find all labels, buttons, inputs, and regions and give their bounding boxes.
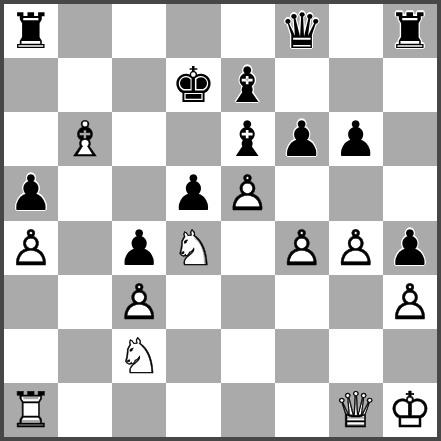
square-a3[interactable] [4,275,58,329]
square-g5[interactable] [329,166,383,220]
piece-white-queen[interactable]: ♕ [334,385,378,434]
piece-black-bishop[interactable]: ♝ [226,61,270,110]
square-f2[interactable] [275,329,329,383]
piece-white-pawn[interactable]: ♙ [9,223,53,272]
square-d2[interactable] [166,329,220,383]
white-bishop-fill-layer: ♝ [63,115,107,164]
square-f3[interactable] [275,275,329,329]
square-e2[interactable] [221,329,275,383]
white-pawn-fill-layer: ♟ [226,169,270,218]
square-g8[interactable] [329,4,383,58]
square-h5[interactable] [383,166,437,220]
piece-black-bishop[interactable]: ♝ [226,115,270,164]
square-a7[interactable] [4,58,58,112]
square-c3[interactable]: ♟♙ [112,275,166,329]
piece-white-king[interactable]: ♔ [388,385,432,434]
white-knight-fill-layer: ♞ [117,331,161,380]
square-e8[interactable] [221,4,275,58]
chess-board: ♜♛♜♚♝♝♗♝♟♟♟♟♟♙♟♙♟♞♘♟♙♟♙♟♟♙♟♙♞♘♜♖♛♕♚♔ [4,4,437,437]
square-a5[interactable]: ♟ [4,166,58,220]
piece-white-pawn[interactable]: ♙ [334,223,378,272]
white-knight-fill-layer: ♞ [171,223,215,272]
square-d3[interactable] [166,275,220,329]
square-a6[interactable] [4,112,58,166]
square-h3[interactable]: ♟♙ [383,275,437,329]
square-d1[interactable] [166,383,220,437]
square-b1[interactable] [58,383,112,437]
white-queen-fill-layer: ♛ [334,385,378,434]
square-d5[interactable]: ♟ [166,166,220,220]
square-c8[interactable] [112,4,166,58]
square-b8[interactable] [58,4,112,58]
square-e4[interactable] [221,221,275,275]
square-g3[interactable] [329,275,383,329]
piece-white-rook[interactable]: ♖ [9,385,53,434]
square-e5[interactable]: ♟♙ [221,166,275,220]
square-g1[interactable]: ♛♕ [329,383,383,437]
square-h6[interactable] [383,112,437,166]
square-b5[interactable] [58,166,112,220]
square-g7[interactable] [329,58,383,112]
piece-black-pawn[interactable]: ♟ [334,115,378,164]
square-b7[interactable] [58,58,112,112]
square-e6[interactable]: ♝ [221,112,275,166]
piece-black-pawn[interactable]: ♟ [9,169,53,218]
square-d4[interactable]: ♞♘ [166,221,220,275]
square-h4[interactable]: ♟ [383,221,437,275]
white-pawn-fill-layer: ♟ [117,277,161,326]
piece-white-pawn[interactable]: ♙ [388,277,432,326]
piece-black-rook[interactable]: ♜ [9,7,53,56]
piece-black-king[interactable]: ♚ [171,61,215,110]
square-g2[interactable] [329,329,383,383]
white-king-fill-layer: ♚ [388,385,432,434]
square-g4[interactable]: ♟♙ [329,221,383,275]
white-pawn-fill-layer: ♟ [280,223,324,272]
square-f4[interactable]: ♟♙ [275,221,329,275]
square-d8[interactable] [166,4,220,58]
piece-black-pawn[interactable]: ♟ [280,115,324,164]
piece-black-pawn[interactable]: ♟ [117,223,161,272]
square-f6[interactable]: ♟ [275,112,329,166]
square-a2[interactable] [4,329,58,383]
square-h1[interactable]: ♚♔ [383,383,437,437]
square-e3[interactable] [221,275,275,329]
piece-black-pawn[interactable]: ♟ [171,169,215,218]
square-a8[interactable]: ♜ [4,4,58,58]
square-d7[interactable]: ♚ [166,58,220,112]
piece-white-pawn[interactable]: ♙ [117,277,161,326]
square-a4[interactable]: ♟♙ [4,221,58,275]
square-h8[interactable]: ♜ [383,4,437,58]
square-b4[interactable] [58,221,112,275]
square-g6[interactable]: ♟ [329,112,383,166]
square-d6[interactable] [166,112,220,166]
piece-white-bishop[interactable]: ♗ [63,115,107,164]
square-b3[interactable] [58,275,112,329]
square-b6[interactable]: ♝♗ [58,112,112,166]
square-f1[interactable] [275,383,329,437]
piece-black-queen[interactable]: ♛ [280,7,324,56]
square-h7[interactable] [383,58,437,112]
square-c6[interactable] [112,112,166,166]
square-c2[interactable]: ♞♘ [112,329,166,383]
white-pawn-fill-layer: ♟ [9,223,53,272]
square-c7[interactable] [112,58,166,112]
square-f7[interactable] [275,58,329,112]
square-f8[interactable]: ♛ [275,4,329,58]
white-pawn-fill-layer: ♟ [334,223,378,272]
white-rook-fill-layer: ♜ [9,385,53,434]
square-h2[interactable] [383,329,437,383]
square-b2[interactable] [58,329,112,383]
square-a1[interactable]: ♜♖ [4,383,58,437]
piece-white-knight[interactable]: ♘ [117,331,161,380]
square-c4[interactable]: ♟ [112,221,166,275]
chess-board-frame: ♜♛♜♚♝♝♗♝♟♟♟♟♟♙♟♙♟♞♘♟♙♟♙♟♟♙♟♙♞♘♜♖♛♕♚♔ [0,0,441,441]
square-e1[interactable] [221,383,275,437]
square-e7[interactable]: ♝ [221,58,275,112]
square-f5[interactable] [275,166,329,220]
piece-white-knight[interactable]: ♘ [171,223,215,272]
piece-white-pawn[interactable]: ♙ [226,169,270,218]
white-pawn-fill-layer: ♟ [388,277,432,326]
piece-black-rook[interactable]: ♜ [388,7,432,56]
piece-white-pawn[interactable]: ♙ [280,223,324,272]
square-c5[interactable] [112,166,166,220]
piece-black-pawn[interactable]: ♟ [388,223,432,272]
square-c1[interactable] [112,383,166,437]
